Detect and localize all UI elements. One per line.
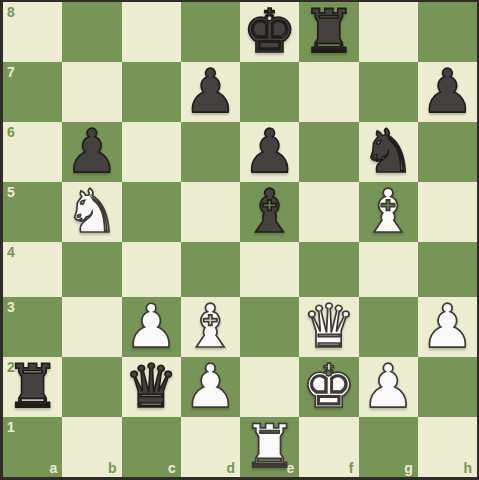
- square-a6[interactable]: 6: [3, 122, 62, 182]
- square-b1[interactable]: b: [62, 417, 121, 477]
- square-e3[interactable]: [240, 297, 299, 357]
- square-e2[interactable]: [240, 357, 299, 417]
- square-e6[interactable]: ♟: [240, 122, 299, 182]
- square-b7[interactable]: [62, 62, 121, 122]
- square-h3[interactable]: ♟: [418, 297, 477, 357]
- square-b6[interactable]: ♟: [62, 122, 121, 182]
- piece-white-pawn[interactable]: ♟: [124, 296, 178, 356]
- square-c6[interactable]: [122, 122, 181, 182]
- square-c5[interactable]: [122, 182, 181, 242]
- file-label-a: a: [49, 461, 57, 475]
- square-f4[interactable]: [299, 242, 358, 297]
- piece-white-rook[interactable]: ♜: [243, 416, 297, 476]
- square-d5[interactable]: [181, 182, 240, 242]
- piece-black-pawn[interactable]: ♟: [65, 121, 119, 181]
- square-f1[interactable]: f: [299, 417, 358, 477]
- piece-black-pawn[interactable]: ♟: [183, 61, 237, 121]
- square-a4[interactable]: 4: [3, 242, 62, 297]
- square-f6[interactable]: [299, 122, 358, 182]
- square-h8[interactable]: [418, 2, 477, 62]
- square-f2[interactable]: ♚: [299, 357, 358, 417]
- square-a3[interactable]: 3: [3, 297, 62, 357]
- piece-black-bishop[interactable]: ♝: [243, 181, 297, 241]
- piece-black-knight[interactable]: ♞: [361, 121, 415, 181]
- square-h7[interactable]: ♟: [418, 62, 477, 122]
- file-label-f: f: [349, 461, 354, 475]
- square-h4[interactable]: [418, 242, 477, 297]
- square-d8[interactable]: [181, 2, 240, 62]
- square-g3[interactable]: [359, 297, 418, 357]
- piece-black-pawn[interactable]: ♟: [243, 121, 297, 181]
- square-f7[interactable]: [299, 62, 358, 122]
- square-e5[interactable]: ♝: [240, 182, 299, 242]
- square-g2[interactable]: ♟: [359, 357, 418, 417]
- square-a7[interactable]: 7: [3, 62, 62, 122]
- piece-white-pawn[interactable]: ♟: [420, 296, 474, 356]
- piece-white-bishop[interactable]: ♝: [183, 296, 237, 356]
- square-c3[interactable]: ♟: [122, 297, 181, 357]
- square-c2[interactable]: ♛: [122, 357, 181, 417]
- piece-white-queen[interactable]: ♛: [302, 296, 356, 356]
- square-h6[interactable]: [418, 122, 477, 182]
- square-f8[interactable]: ♜: [299, 2, 358, 62]
- file-label-g: g: [404, 461, 413, 475]
- piece-white-knight[interactable]: ♞: [65, 181, 119, 241]
- square-e1[interactable]: e♜: [240, 417, 299, 477]
- rank-label-7: 7: [7, 65, 15, 79]
- square-g6[interactable]: ♞: [359, 122, 418, 182]
- square-g5[interactable]: ♝: [359, 182, 418, 242]
- square-e4[interactable]: [240, 242, 299, 297]
- square-b2[interactable]: [62, 357, 121, 417]
- square-d6[interactable]: [181, 122, 240, 182]
- square-f3[interactable]: ♛: [299, 297, 358, 357]
- square-c8[interactable]: [122, 2, 181, 62]
- piece-black-queen[interactable]: ♛: [124, 356, 178, 416]
- rank-label-1: 1: [7, 420, 15, 434]
- square-g8[interactable]: [359, 2, 418, 62]
- square-e8[interactable]: ♚: [240, 2, 299, 62]
- square-h2[interactable]: [418, 357, 477, 417]
- square-a5[interactable]: 5: [3, 182, 62, 242]
- file-label-d: d: [226, 461, 235, 475]
- square-c1[interactable]: c: [122, 417, 181, 477]
- rank-label-6: 6: [7, 125, 15, 139]
- square-b3[interactable]: [62, 297, 121, 357]
- piece-white-king[interactable]: ♚: [302, 356, 356, 416]
- file-label-c: c: [168, 461, 176, 475]
- square-a1[interactable]: 1a: [3, 417, 62, 477]
- chess-board: 8♚♜7♟♟6♟♟♞5♞♝♝43♟♝♛♟2♜♛♟♚♟1abcde♜fgh: [3, 2, 477, 477]
- piece-black-king[interactable]: ♚: [243, 1, 297, 61]
- square-d1[interactable]: d: [181, 417, 240, 477]
- file-label-h: h: [463, 461, 472, 475]
- square-g1[interactable]: g: [359, 417, 418, 477]
- piece-white-pawn[interactable]: ♟: [361, 356, 415, 416]
- square-d3[interactable]: ♝: [181, 297, 240, 357]
- square-c7[interactable]: [122, 62, 181, 122]
- rank-label-3: 3: [7, 300, 15, 314]
- piece-black-rook[interactable]: ♜: [302, 1, 356, 61]
- board-frame: 8♚♜7♟♟6♟♟♞5♞♝♝43♟♝♛♟2♜♛♟♚♟1abcde♜fgh: [0, 0, 479, 480]
- square-c4[interactable]: [122, 242, 181, 297]
- square-b5[interactable]: ♞: [62, 182, 121, 242]
- square-h5[interactable]: [418, 182, 477, 242]
- square-b8[interactable]: [62, 2, 121, 62]
- square-d4[interactable]: [181, 242, 240, 297]
- square-g4[interactable]: [359, 242, 418, 297]
- square-h1[interactable]: h: [418, 417, 477, 477]
- square-d2[interactable]: ♟: [181, 357, 240, 417]
- square-a2[interactable]: 2♜: [3, 357, 62, 417]
- piece-black-rook[interactable]: ♜: [6, 356, 60, 416]
- rank-label-5: 5: [7, 185, 15, 199]
- rank-label-8: 8: [7, 5, 15, 19]
- piece-white-bishop[interactable]: ♝: [361, 181, 415, 241]
- piece-white-pawn[interactable]: ♟: [183, 356, 237, 416]
- rank-label-4: 4: [7, 245, 15, 259]
- square-a8[interactable]: 8: [3, 2, 62, 62]
- square-f5[interactable]: [299, 182, 358, 242]
- square-g7[interactable]: [359, 62, 418, 122]
- piece-black-pawn[interactable]: ♟: [420, 61, 474, 121]
- square-b4[interactable]: [62, 242, 121, 297]
- square-d7[interactable]: ♟: [181, 62, 240, 122]
- square-e7[interactable]: [240, 62, 299, 122]
- file-label-b: b: [108, 461, 117, 475]
